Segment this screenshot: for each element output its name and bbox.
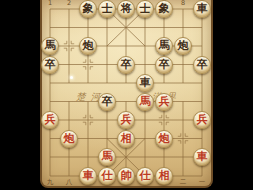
piece-red-advisor[interactable]: 仕 [136, 167, 154, 185]
file-label-bottom-九: 九 [44, 178, 56, 186]
piece-red-elephant[interactable]: 相 [155, 167, 173, 185]
piece-black-soldier[interactable]: 卒 [41, 56, 59, 74]
file-label-bottom-一: 一 [196, 178, 208, 186]
piece-black-chariot[interactable]: 車 [136, 74, 154, 92]
piece-black-elephant[interactable]: 象 [155, 0, 173, 18]
piece-red-advisor[interactable]: 仕 [98, 167, 116, 185]
piece-black-advisor[interactable]: 士 [136, 0, 154, 18]
file-label-bottom-二: 二 [177, 178, 189, 186]
piece-black-cannon[interactable]: 炮 [79, 37, 97, 55]
file-label-top-2: 2 [63, 0, 75, 7]
file-label-top-1: 1 [44, 0, 56, 7]
piece-black-soldier[interactable]: 卒 [117, 56, 135, 74]
piece-red-elephant[interactable]: 相 [117, 130, 135, 148]
file-label-bottom-八: 八 [63, 178, 75, 186]
xiangqi-board-panel: 123456789 九八七六五四三二一 楚河 漢界 象士将士象車馬炮馬炮卒卒卒卒… [40, 0, 213, 188]
board-inner-area: 123456789 九八七六五四三二一 楚河 漢界 象士将士象車馬炮馬炮卒卒卒卒… [42, 0, 211, 186]
piece-red-soldier[interactable]: 兵 [41, 111, 59, 129]
piece-black-advisor[interactable]: 士 [98, 0, 116, 18]
piece-black-soldier[interactable]: 卒 [98, 93, 116, 111]
piece-black-horse[interactable]: 馬 [155, 37, 173, 55]
piece-red-horse[interactable]: 馬 [136, 93, 154, 111]
piece-red-soldier[interactable]: 兵 [155, 93, 173, 111]
piece-red-king[interactable]: 帥 [117, 167, 135, 185]
piece-black-cannon[interactable]: 炮 [174, 37, 192, 55]
piece-red-horse[interactable]: 馬 [98, 148, 116, 166]
board-grid [42, 0, 211, 186]
piece-red-soldier[interactable]: 兵 [193, 111, 211, 129]
piece-black-horse[interactable]: 馬 [41, 37, 59, 55]
piece-black-soldier[interactable]: 卒 [193, 56, 211, 74]
sparkle-effect [70, 76, 73, 79]
file-label-top-8: 8 [177, 0, 189, 7]
piece-black-chariot[interactable]: 車 [193, 0, 211, 18]
piece-black-soldier[interactable]: 卒 [155, 56, 173, 74]
piece-red-chariot[interactable]: 車 [193, 148, 211, 166]
piece-red-cannon[interactable]: 炮 [155, 130, 173, 148]
piece-red-cannon[interactable]: 炮 [60, 130, 78, 148]
piece-black-king[interactable]: 将 [117, 0, 135, 18]
piece-red-soldier[interactable]: 兵 [117, 111, 135, 129]
piece-black-elephant[interactable]: 象 [79, 0, 97, 18]
piece-red-chariot[interactable]: 車 [79, 167, 97, 185]
